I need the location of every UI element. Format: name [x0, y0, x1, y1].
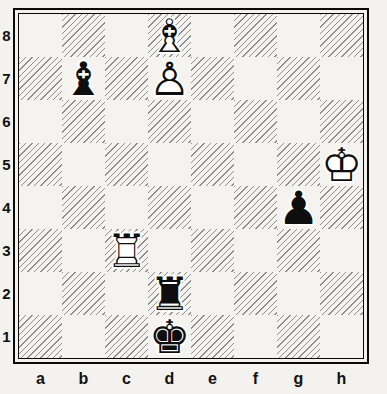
chess-board: ♝♗♝♝♟♙♚♔♟♟♜♖♜♜♚♚ [19, 14, 363, 358]
white-king-glyph: ♔ [320, 143, 363, 186]
square-a4[interactable] [19, 186, 62, 229]
file-label-b: b [62, 366, 105, 392]
square-g1[interactable] [277, 315, 320, 358]
square-g5[interactable] [277, 143, 320, 186]
rank-label-5: 5 [0, 143, 13, 186]
black-king-glyph: ♚ [148, 315, 191, 358]
piece-white-rook-c3[interactable]: ♜♖ [105, 229, 148, 272]
square-a1[interactable] [19, 315, 62, 358]
board-inner-border: ♝♗♝♝♟♙♚♔♟♟♜♖♜♜♚♚ [18, 13, 364, 359]
file-label-h: h [320, 366, 363, 392]
square-f6[interactable] [234, 100, 277, 143]
white-king-fill-glyph: ♚ [320, 143, 363, 186]
square-a8[interactable] [19, 14, 62, 57]
white-bishop-glyph: ♗ [148, 14, 191, 57]
square-c8[interactable] [105, 14, 148, 57]
square-a6[interactable] [19, 100, 62, 143]
square-h2[interactable] [320, 272, 363, 315]
black-bishop-fill-glyph: ♝ [62, 57, 105, 100]
square-h8[interactable] [320, 14, 363, 57]
square-e4[interactable] [191, 186, 234, 229]
square-c1[interactable] [105, 315, 148, 358]
square-f7[interactable] [234, 57, 277, 100]
square-d1[interactable]: ♚♚ [148, 315, 191, 358]
square-g2[interactable] [277, 272, 320, 315]
rank-label-1: 1 [0, 315, 13, 358]
white-pawn-glyph: ♙ [148, 57, 191, 100]
black-king-fill-glyph: ♚ [148, 315, 191, 358]
square-c4[interactable] [105, 186, 148, 229]
file-label-g: g [277, 366, 320, 392]
square-b6[interactable] [62, 100, 105, 143]
square-c7[interactable] [105, 57, 148, 100]
piece-black-king-d1[interactable]: ♚♚ [148, 315, 191, 358]
square-e6[interactable] [191, 100, 234, 143]
square-e5[interactable] [191, 143, 234, 186]
square-c6[interactable] [105, 100, 148, 143]
square-b7[interactable]: ♝♝ [62, 57, 105, 100]
square-b3[interactable] [62, 229, 105, 272]
square-h1[interactable] [320, 315, 363, 358]
square-f2[interactable] [234, 272, 277, 315]
black-bishop-glyph: ♝ [62, 57, 105, 100]
square-g4[interactable]: ♟♟ [277, 186, 320, 229]
black-pawn-fill-glyph: ♟ [277, 186, 320, 229]
square-c2[interactable] [105, 272, 148, 315]
square-d4[interactable] [148, 186, 191, 229]
square-d7[interactable]: ♟♙ [148, 57, 191, 100]
rank-label-4: 4 [0, 186, 13, 229]
square-h5[interactable]: ♚♔ [320, 143, 363, 186]
rank-label-8: 8 [0, 14, 13, 57]
square-b5[interactable] [62, 143, 105, 186]
rank-label-7: 7 [0, 57, 13, 100]
piece-black-rook-d2[interactable]: ♜♜ [148, 272, 191, 315]
piece-white-pawn-d7[interactable]: ♟♙ [148, 57, 191, 100]
white-rook-glyph: ♖ [105, 229, 148, 272]
square-h4[interactable] [320, 186, 363, 229]
square-e3[interactable] [191, 229, 234, 272]
file-label-d: d [148, 366, 191, 392]
file-label-c: c [105, 366, 148, 392]
white-pawn-fill-glyph: ♟ [148, 57, 191, 100]
square-g8[interactable] [277, 14, 320, 57]
file-label-a: a [19, 366, 62, 392]
file-labels: abcdefgh [19, 366, 363, 392]
black-rook-glyph: ♜ [148, 272, 191, 315]
rank-label-3: 3 [0, 229, 13, 272]
file-label-f: f [234, 366, 277, 392]
square-c3[interactable]: ♜♖ [105, 229, 148, 272]
square-d2[interactable]: ♜♜ [148, 272, 191, 315]
black-pawn-glyph: ♟ [277, 186, 320, 229]
square-c5[interactable] [105, 143, 148, 186]
square-a7[interactable] [19, 57, 62, 100]
square-e8[interactable] [191, 14, 234, 57]
board-frame: ♝♗♝♝♟♙♚♔♟♟♜♖♜♜♚♚ [13, 8, 369, 364]
square-f5[interactable] [234, 143, 277, 186]
square-b2[interactable] [62, 272, 105, 315]
square-f8[interactable] [234, 14, 277, 57]
square-b8[interactable] [62, 14, 105, 57]
square-g6[interactable] [277, 100, 320, 143]
piece-black-pawn-g4[interactable]: ♟♟ [277, 186, 320, 229]
square-h7[interactable] [320, 57, 363, 100]
square-f3[interactable] [234, 229, 277, 272]
rank-labels: 87654321 [0, 14, 13, 358]
black-rook-fill-glyph: ♜ [148, 272, 191, 315]
square-b1[interactable] [62, 315, 105, 358]
piece-white-bishop-d8[interactable]: ♝♗ [148, 14, 191, 57]
file-label-e: e [191, 366, 234, 392]
square-b4[interactable] [62, 186, 105, 229]
square-a3[interactable] [19, 229, 62, 272]
white-bishop-fill-glyph: ♝ [148, 14, 191, 57]
square-d3[interactable] [148, 229, 191, 272]
chess-diagram: 87654321 ♝♗♝♝♟♙♚♔♟♟♜♖♜♜♚♚ abcdefgh [0, 0, 387, 394]
square-e7[interactable] [191, 57, 234, 100]
square-e2[interactable] [191, 272, 234, 315]
square-f1[interactable] [234, 315, 277, 358]
square-h3[interactable] [320, 229, 363, 272]
square-a5[interactable] [19, 143, 62, 186]
rank-label-2: 2 [0, 272, 13, 315]
square-d6[interactable] [148, 100, 191, 143]
piece-white-king-h5[interactable]: ♚♔ [320, 143, 363, 186]
square-g7[interactable] [277, 57, 320, 100]
square-d5[interactable] [148, 143, 191, 186]
square-f4[interactable] [234, 186, 277, 229]
rank-label-6: 6 [0, 100, 13, 143]
square-g3[interactable] [277, 229, 320, 272]
square-h6[interactable] [320, 100, 363, 143]
white-rook-fill-glyph: ♜ [105, 229, 148, 272]
square-d8[interactable]: ♝♗ [148, 14, 191, 57]
piece-black-bishop-b7[interactable]: ♝♝ [62, 57, 105, 100]
square-e1[interactable] [191, 315, 234, 358]
square-a2[interactable] [19, 272, 62, 315]
